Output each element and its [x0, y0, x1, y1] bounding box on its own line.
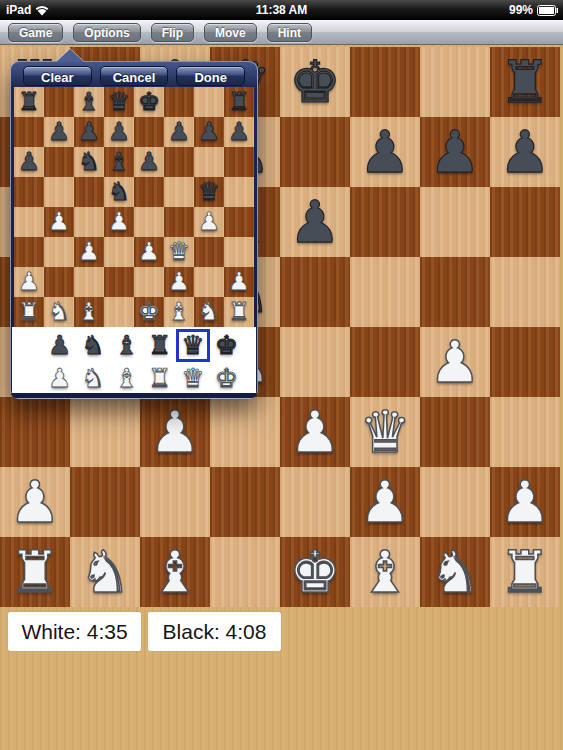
board-square-g3[interactable] [420, 397, 490, 467]
piece-black-knight: ♞ [78, 147, 100, 177]
piece-white-queen: ♛ [359, 397, 411, 467]
board-square-b3[interactable] [70, 397, 140, 467]
popover-arrow [56, 49, 84, 62]
board-square-e5[interactable] [280, 257, 350, 327]
editor-square-d7[interactable]: ♟ [104, 117, 134, 147]
palette-white-king[interactable]: ♚ [210, 362, 243, 395]
piece-black-rook: ♜ [228, 87, 250, 117]
piece-white-rook: ♜ [148, 362, 171, 395]
piece-white-king: ♚ [215, 362, 238, 395]
editor-square-g2[interactable] [194, 267, 224, 297]
palette-white-rook[interactable]: ♜ [143, 362, 176, 395]
editor-square-a7[interactable] [14, 117, 44, 147]
board-square-e8[interactable]: ♚ [280, 47, 350, 117]
editor-square-f4[interactable] [164, 207, 194, 237]
editor-square-e5[interactable] [134, 177, 164, 207]
editor-square-h5[interactable] [224, 177, 254, 207]
editor-square-d5[interactable]: ♞ [104, 177, 134, 207]
palette-white-knight[interactable]: ♞ [76, 362, 109, 395]
editor-square-e2[interactable] [134, 267, 164, 297]
piece-white-rook: ♜ [499, 537, 551, 607]
board-square-e3[interactable]: ♟ [280, 397, 350, 467]
board-square-f1[interactable]: ♝ [350, 537, 420, 607]
piece-black-queen: ♛ [108, 87, 130, 117]
piece-white-pawn: ♟ [429, 327, 481, 397]
board-square-c2[interactable] [140, 467, 210, 537]
piece-white-bishop: ♝ [115, 362, 138, 395]
editor-square-g3[interactable] [194, 237, 224, 267]
piece-white-knight: ♞ [198, 297, 220, 327]
piece-black-queen: ♛ [181, 329, 204, 362]
editor-square-g1[interactable]: ♞ [194, 297, 224, 327]
editor-square-e6[interactable]: ♟ [134, 147, 164, 177]
piece-black-pawn: ♟ [108, 117, 130, 147]
editor-square-a4[interactable] [14, 207, 44, 237]
piece-black-pawn: ♟ [198, 117, 220, 147]
editor-square-h8[interactable]: ♜ [224, 87, 254, 117]
black-clock-label: Black: 4:08 [163, 620, 267, 644]
piece-white-pawn: ♟ [18, 267, 40, 297]
editor-square-e1[interactable]: ♚ [134, 297, 164, 327]
editor-square-e4[interactable] [134, 207, 164, 237]
editor-square-c7[interactable]: ♟ [74, 117, 104, 147]
piece-white-pawn: ♟ [198, 207, 220, 237]
piece-black-pawn: ♟ [499, 117, 551, 187]
editor-square-e7[interactable] [134, 117, 164, 147]
piece-white-pawn: ♟ [499, 467, 551, 537]
editor-square-d6[interactable]: ♝ [104, 147, 134, 177]
piece-black-pawn: ♟ [429, 117, 481, 187]
toolbar: Game Options Flip Move Hint [0, 20, 563, 45]
editor-square-c3[interactable]: ♟ [74, 237, 104, 267]
editor-square-d4[interactable]: ♟ [104, 207, 134, 237]
piece-black-rook: ♜ [499, 47, 551, 117]
editor-square-f3[interactable]: ♛ [164, 237, 194, 267]
piece-black-king: ♚ [289, 47, 341, 117]
piece-black-pawn: ♟ [138, 147, 160, 177]
board-square-d2[interactable] [210, 467, 280, 537]
piece-white-pawn: ♟ [228, 267, 250, 297]
editor-square-d8[interactable]: ♛ [104, 87, 134, 117]
editor-square-a2[interactable]: ♟ [14, 267, 44, 297]
palette-black-bishop[interactable]: ♝ [110, 329, 143, 362]
editor-square-g8[interactable] [194, 87, 224, 117]
board-square-c1[interactable]: ♝ [140, 537, 210, 607]
piece-black-pawn: ♟ [48, 329, 71, 362]
white-clock: White: 4:35 [8, 612, 141, 651]
editor-square-f2[interactable]: ♟ [164, 267, 194, 297]
editor-square-g7[interactable]: ♟ [194, 117, 224, 147]
done-button[interactable]: Done [176, 66, 245, 86]
piece-white-queen: ♛ [168, 237, 190, 267]
board-square-h3[interactable] [490, 397, 560, 467]
board-square-h6[interactable] [490, 187, 560, 257]
editor-square-c2[interactable] [74, 267, 104, 297]
editor-square-h7[interactable]: ♟ [224, 117, 254, 147]
editor-square-c6[interactable]: ♞ [74, 147, 104, 177]
piece-black-bishop: ♝ [108, 147, 130, 177]
palette-black-rook[interactable]: ♜ [143, 329, 176, 362]
board-square-a2[interactable]: ♟ [0, 467, 70, 537]
editor-square-h3[interactable] [224, 237, 254, 267]
editor-square-c4[interactable] [74, 207, 104, 237]
piece-white-knight: ♞ [81, 362, 104, 395]
board-square-d1[interactable] [210, 537, 280, 607]
editor-square-g6[interactable] [194, 147, 224, 177]
popover-header: Clear Cancel Done [11, 66, 257, 88]
board-square-f2[interactable]: ♟ [350, 467, 420, 537]
editor-square-f8[interactable] [164, 87, 194, 117]
editor-square-a3[interactable] [14, 237, 44, 267]
piece-white-pawn: ♟ [9, 467, 61, 537]
board-square-e1[interactable]: ♚ [280, 537, 350, 607]
options-button[interactable]: Options [73, 23, 140, 42]
board-square-g5[interactable] [420, 257, 490, 327]
piece-black-knight: ♞ [81, 329, 104, 362]
piece-white-king: ♚ [138, 297, 160, 327]
editor-chess-board: ♜♝♛♚♜♟♟♟♟♟♟♟♞♝♟♞♛♟♟♟♟♟♛♟♟♟♜♞♝♚♝♞♜ [14, 87, 254, 327]
piece-white-queen: ♛ [181, 362, 204, 395]
editor-square-h2[interactable]: ♟ [224, 267, 254, 297]
piece-white-pawn: ♟ [138, 237, 160, 267]
piece-black-king: ♚ [215, 329, 238, 362]
board-square-g6[interactable] [420, 187, 490, 257]
editor-square-d2[interactable] [104, 267, 134, 297]
board-square-d3[interactable] [210, 397, 280, 467]
piece-palette: ♟♞♝♜♛♚♟♞♝♜♛♚ [43, 329, 243, 395]
palette-white-bishop[interactable]: ♝ [110, 362, 143, 395]
board-square-h1[interactable]: ♜ [490, 537, 560, 607]
piece-black-bishop: ♝ [78, 87, 100, 117]
black-clock: Black: 4:08 [148, 612, 281, 651]
piece-white-pawn: ♟ [289, 397, 341, 467]
board-square-g1[interactable]: ♞ [420, 537, 490, 607]
board-square-e6[interactable]: ♟ [280, 187, 350, 257]
flip-button[interactable]: Flip [151, 23, 194, 42]
piece-white-rook: ♜ [228, 297, 250, 327]
piece-white-rook: ♜ [18, 297, 40, 327]
piece-white-pawn: ♟ [108, 207, 130, 237]
board-square-b1[interactable]: ♞ [70, 537, 140, 607]
board-square-h2[interactable]: ♟ [490, 467, 560, 537]
piece-white-knight: ♞ [79, 537, 131, 607]
board-square-a3[interactable] [0, 397, 70, 467]
piece-black-rook: ♜ [148, 329, 171, 362]
editor-square-g4[interactable]: ♟ [194, 207, 224, 237]
editor-square-d3[interactable] [104, 237, 134, 267]
piece-white-bishop: ♝ [168, 297, 190, 327]
editor-square-b6[interactable] [44, 147, 74, 177]
piece-black-queen: ♛ [198, 177, 220, 207]
piece-white-pawn: ♟ [168, 267, 190, 297]
editor-square-g5[interactable]: ♛ [194, 177, 224, 207]
editor-square-h1[interactable]: ♜ [224, 297, 254, 327]
palette-white-pawn[interactable]: ♟ [43, 362, 76, 395]
carrier-label: iPad [6, 3, 31, 17]
piece-white-bishop: ♝ [149, 537, 201, 607]
popover-footer [11, 393, 257, 398]
board-square-h8[interactable]: ♜ [490, 47, 560, 117]
editor-square-b2[interactable] [44, 267, 74, 297]
board-square-f6[interactable] [350, 187, 420, 257]
palette-black-king[interactable]: ♚ [210, 329, 243, 362]
editor-square-b5[interactable] [44, 177, 74, 207]
piece-black-king: ♚ [138, 87, 160, 117]
game-button[interactable]: Game [8, 23, 63, 42]
editor-square-b1[interactable]: ♞ [44, 297, 74, 327]
board-square-e7[interactable] [280, 117, 350, 187]
piece-white-bishop: ♝ [78, 297, 100, 327]
board-square-f8[interactable] [350, 47, 420, 117]
move-button[interactable]: Move [204, 23, 257, 42]
palette-white-queen[interactable]: ♛ [176, 362, 209, 395]
battery-icon [537, 5, 558, 16]
palette-black-pawn[interactable]: ♟ [43, 329, 76, 362]
editor-square-c8[interactable]: ♝ [74, 87, 104, 117]
piece-black-bishop: ♝ [115, 329, 138, 362]
piece-black-pawn: ♟ [228, 117, 250, 147]
piece-black-pawn: ♟ [48, 117, 70, 147]
editor-square-h6[interactable] [224, 147, 254, 177]
piece-white-bishop: ♝ [359, 537, 411, 607]
piece-white-pawn: ♟ [149, 397, 201, 467]
editor-square-f5[interactable] [164, 177, 194, 207]
clear-button[interactable]: Clear [23, 66, 92, 86]
board-square-b2[interactable] [70, 467, 140, 537]
editor-square-b8[interactable] [44, 87, 74, 117]
board-square-g4[interactable]: ♟ [420, 327, 490, 397]
palette-black-knight[interactable]: ♞ [76, 329, 109, 362]
editor-square-a5[interactable] [14, 177, 44, 207]
piece-black-pawn: ♟ [78, 117, 100, 147]
editor-square-d1[interactable] [104, 297, 134, 327]
piece-white-rook: ♜ [9, 537, 61, 607]
board-square-e2[interactable] [280, 467, 350, 537]
piece-white-pawn: ♟ [48, 362, 71, 395]
piece-black-pawn: ♟ [18, 147, 40, 177]
editor-square-f7[interactable]: ♟ [164, 117, 194, 147]
piece-black-knight: ♞ [108, 177, 130, 207]
editor-square-f1[interactable]: ♝ [164, 297, 194, 327]
editor-square-c5[interactable] [74, 177, 104, 207]
board-square-c3[interactable]: ♟ [140, 397, 210, 467]
board-square-h5[interactable] [490, 257, 560, 327]
piece-black-pawn: ♟ [289, 187, 341, 257]
editor-square-e3[interactable]: ♟ [134, 237, 164, 267]
board-square-f4[interactable] [350, 327, 420, 397]
board-square-g8[interactable] [420, 47, 490, 117]
piece-white-pawn: ♟ [78, 237, 100, 267]
piece-palette-tray: ♟♞♝♜♛♚♟♞♝♜♛♚ [12, 327, 256, 395]
board-square-h7[interactable]: ♟ [490, 117, 560, 187]
editor-square-a1[interactable]: ♜ [14, 297, 44, 327]
board-square-f7[interactable]: ♟ [350, 117, 420, 187]
board-square-g2[interactable] [420, 467, 490, 537]
board-square-f3[interactable]: ♛ [350, 397, 420, 467]
editor-square-f6[interactable] [164, 147, 194, 177]
editor-square-b3[interactable] [44, 237, 74, 267]
piece-black-pawn: ♟ [359, 117, 411, 187]
battery-percent: 99% [509, 3, 533, 17]
piece-white-knight: ♞ [48, 297, 70, 327]
editor-square-b4[interactable]: ♟ [44, 207, 74, 237]
cancel-button[interactable]: Cancel [100, 66, 169, 86]
board-square-f5[interactable] [350, 257, 420, 327]
board-square-h4[interactable] [490, 327, 560, 397]
piece-white-king: ♚ [289, 537, 341, 607]
wifi-icon [35, 5, 49, 16]
editor-square-c1[interactable]: ♝ [74, 297, 104, 327]
piece-black-pawn: ♟ [168, 117, 190, 147]
board-editor-popover: Clear Cancel Done ♜♝♛♚♜♟♟♟♟♟♟♟♞♝♟♞♛♟♟♟♟♟… [10, 61, 258, 399]
hint-button[interactable]: Hint [267, 23, 312, 42]
editor-square-a6[interactable]: ♟ [14, 147, 44, 177]
board-square-g7[interactable]: ♟ [420, 117, 490, 187]
editor-square-h4[interactable] [224, 207, 254, 237]
piece-white-pawn: ♟ [359, 467, 411, 537]
piece-black-rook: ♜ [18, 87, 40, 117]
status-bar: iPad 11:38 AM 99% [0, 0, 563, 20]
clock-time: 11:38 AM [0, 3, 563, 17]
board-square-e4[interactable] [280, 327, 350, 397]
board-square-a1[interactable]: ♜ [0, 537, 70, 607]
editor-square-b7[interactable]: ♟ [44, 117, 74, 147]
white-clock-label: White: 4:35 [21, 620, 127, 644]
editor-square-a8[interactable]: ♜ [14, 87, 44, 117]
editor-square-e8[interactable]: ♚ [134, 87, 164, 117]
piece-white-pawn: ♟ [48, 207, 70, 237]
palette-black-queen[interactable]: ♛ [176, 329, 209, 362]
piece-white-knight: ♞ [429, 537, 481, 607]
app-screen: iPad 11:38 AM 99% Game Options Flip Move… [0, 0, 563, 750]
